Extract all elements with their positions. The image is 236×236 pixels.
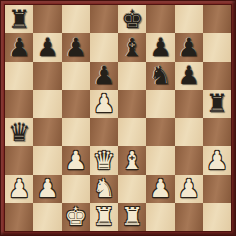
piece-black-pawn: ♟	[93, 63, 115, 88]
piece-black-bishop: ♝	[121, 35, 143, 60]
piece-black-pawn: ♟	[177, 35, 199, 60]
square-h6[interactable]	[203, 62, 231, 90]
square-d2[interactable]: ♞	[90, 175, 118, 203]
piece-black-pawn: ♟	[8, 35, 30, 60]
chess-board: ♜♚♟♟♟♝♟♟♟♞♟♟♜♛♟♛♝♟♟♟♞♟♟♚♜♜	[5, 5, 231, 231]
square-g2[interactable]: ♟	[175, 175, 203, 203]
square-g8[interactable]	[175, 5, 203, 33]
piece-white-pawn: ♟	[64, 148, 86, 173]
piece-white-bishop: ♝	[121, 148, 143, 173]
square-g7[interactable]: ♟	[175, 33, 203, 61]
piece-white-rook: ♜	[93, 204, 115, 229]
square-f6[interactable]: ♞	[146, 62, 174, 90]
square-h5[interactable]: ♜	[203, 90, 231, 118]
square-a5[interactable]	[5, 90, 33, 118]
square-b4[interactable]	[33, 118, 61, 146]
square-b5[interactable]	[33, 90, 61, 118]
square-b6[interactable]	[33, 62, 61, 90]
square-e4[interactable]	[118, 118, 146, 146]
square-c4[interactable]	[62, 118, 90, 146]
square-g3[interactable]	[175, 146, 203, 174]
square-e7[interactable]: ♝	[118, 33, 146, 61]
piece-white-pawn: ♟	[149, 176, 171, 201]
square-c7[interactable]: ♟	[62, 33, 90, 61]
square-h7[interactable]	[203, 33, 231, 61]
square-f1[interactable]	[146, 203, 174, 231]
square-a8[interactable]: ♜	[5, 5, 33, 33]
square-e8[interactable]: ♚	[118, 5, 146, 33]
square-g4[interactable]	[175, 118, 203, 146]
piece-black-pawn: ♟	[177, 63, 199, 88]
square-a7[interactable]: ♟	[5, 33, 33, 61]
square-c3[interactable]: ♟	[62, 146, 90, 174]
square-f4[interactable]	[146, 118, 174, 146]
square-a1[interactable]	[5, 203, 33, 231]
square-c1[interactable]: ♚	[62, 203, 90, 231]
square-f5[interactable]	[146, 90, 174, 118]
square-c6[interactable]	[62, 62, 90, 90]
square-b8[interactable]	[33, 5, 61, 33]
piece-black-rook: ♜	[8, 7, 30, 32]
square-c5[interactable]	[62, 90, 90, 118]
piece-black-pawn: ♟	[36, 35, 58, 60]
square-e1[interactable]: ♜	[118, 203, 146, 231]
square-d5[interactable]: ♟	[90, 90, 118, 118]
piece-black-knight: ♞	[149, 63, 171, 88]
board-frame: ♜♚♟♟♟♝♟♟♟♞♟♟♜♛♟♛♝♟♟♟♞♟♟♚♜♜	[0, 0, 236, 236]
piece-white-king: ♚	[64, 204, 86, 229]
piece-white-pawn: ♟	[93, 91, 115, 116]
square-d8[interactable]	[90, 5, 118, 33]
square-f2[interactable]: ♟	[146, 175, 174, 203]
piece-white-queen: ♛	[93, 148, 115, 173]
square-g5[interactable]	[175, 90, 203, 118]
square-b3[interactable]	[33, 146, 61, 174]
square-h3[interactable]: ♟	[203, 146, 231, 174]
square-h2[interactable]	[203, 175, 231, 203]
piece-white-pawn: ♟	[36, 176, 58, 201]
square-a6[interactable]	[5, 62, 33, 90]
piece-white-pawn: ♟	[8, 176, 30, 201]
square-e5[interactable]	[118, 90, 146, 118]
piece-black-pawn: ♟	[64, 35, 86, 60]
square-e6[interactable]	[118, 62, 146, 90]
square-g1[interactable]	[175, 203, 203, 231]
piece-black-queen: ♛	[8, 120, 30, 145]
square-a3[interactable]	[5, 146, 33, 174]
square-a4[interactable]: ♛	[5, 118, 33, 146]
piece-black-king: ♚	[121, 7, 143, 32]
square-d3[interactable]: ♛	[90, 146, 118, 174]
piece-black-pawn: ♟	[149, 35, 171, 60]
square-b2[interactable]: ♟	[33, 175, 61, 203]
square-g6[interactable]: ♟	[175, 62, 203, 90]
square-h8[interactable]	[203, 5, 231, 33]
square-d1[interactable]: ♜	[90, 203, 118, 231]
square-h1[interactable]	[203, 203, 231, 231]
square-b1[interactable]	[33, 203, 61, 231]
square-f8[interactable]	[146, 5, 174, 33]
square-b7[interactable]: ♟	[33, 33, 61, 61]
square-f7[interactable]: ♟	[146, 33, 174, 61]
square-c2[interactable]	[62, 175, 90, 203]
square-a2[interactable]: ♟	[5, 175, 33, 203]
square-f3[interactable]	[146, 146, 174, 174]
piece-white-rook: ♜	[121, 204, 143, 229]
piece-white-pawn: ♟	[177, 176, 199, 201]
square-d4[interactable]	[90, 118, 118, 146]
piece-white-knight: ♞	[93, 176, 115, 201]
square-e3[interactable]: ♝	[118, 146, 146, 174]
square-d6[interactable]: ♟	[90, 62, 118, 90]
square-c8[interactable]	[62, 5, 90, 33]
piece-black-rook: ♜	[206, 91, 228, 116]
square-d7[interactable]	[90, 33, 118, 61]
piece-white-pawn: ♟	[206, 148, 228, 173]
square-e2[interactable]	[118, 175, 146, 203]
square-h4[interactable]	[203, 118, 231, 146]
